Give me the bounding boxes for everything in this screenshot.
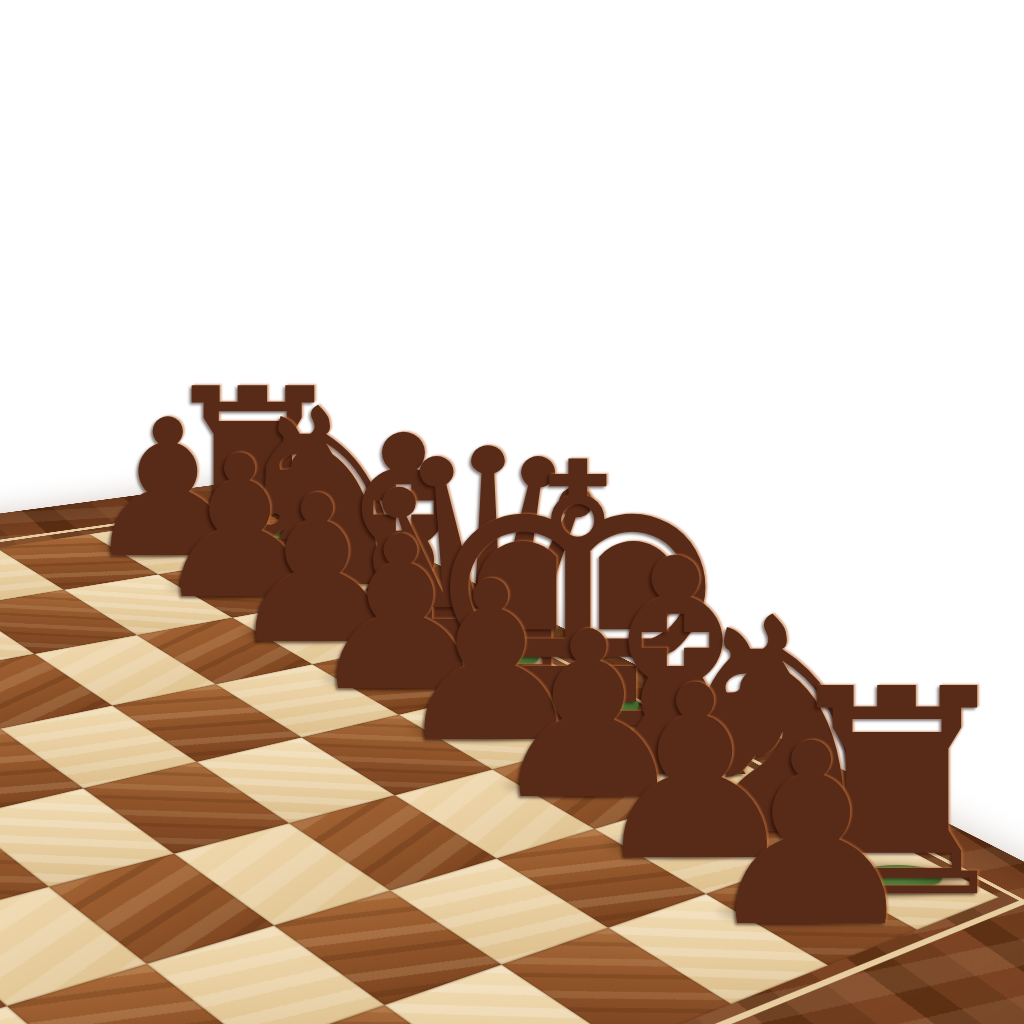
pieces-layer: ♜♟♞♟♝♟♛♟♚♟♝♟♞♟♜♟: [0, 0, 1024, 1024]
chess-photo-scene: ♜♟♞♟♝♟♛♟♚♟♝♟♞♟♜♟: [0, 0, 1024, 1024]
piece-pawn-h2[interactable]: ♟: [685, 711, 936, 962]
